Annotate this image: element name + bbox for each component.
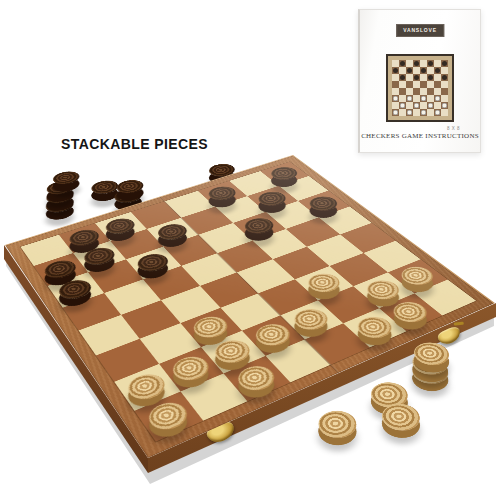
mini-piece bbox=[421, 96, 426, 101]
booklet-diagram-wrap: 8 X 8 bbox=[386, 54, 454, 122]
mini-square bbox=[420, 74, 427, 81]
mini-piece bbox=[414, 61, 419, 66]
mini-square bbox=[413, 60, 420, 67]
mini-square bbox=[392, 60, 399, 67]
mini-square bbox=[427, 81, 434, 88]
mini-square bbox=[392, 67, 399, 74]
mini-piece bbox=[428, 103, 433, 108]
mini-piece bbox=[400, 103, 405, 108]
mini-square bbox=[413, 109, 420, 116]
mini-piece bbox=[393, 110, 398, 115]
mini-square bbox=[406, 81, 413, 88]
mini-square bbox=[441, 102, 448, 109]
mini-square bbox=[413, 88, 420, 95]
mini-square bbox=[406, 88, 413, 95]
mini-piece bbox=[414, 103, 419, 108]
mini-square bbox=[399, 81, 406, 88]
mini-square bbox=[441, 60, 448, 67]
mini-square bbox=[406, 60, 413, 67]
mini-square bbox=[413, 67, 420, 74]
mini-square bbox=[427, 95, 434, 102]
mini-square bbox=[406, 67, 413, 74]
mini-square bbox=[406, 95, 413, 102]
mini-piece bbox=[407, 110, 412, 115]
mini-square bbox=[427, 67, 434, 74]
mini-square bbox=[434, 67, 441, 74]
mini-piece bbox=[393, 68, 398, 73]
mini-square bbox=[392, 88, 399, 95]
mini-piece bbox=[407, 68, 412, 73]
mini-square bbox=[413, 81, 420, 88]
mini-square bbox=[420, 102, 427, 109]
mini-square bbox=[413, 95, 420, 102]
mini-piece bbox=[400, 75, 405, 80]
mini-square bbox=[399, 67, 406, 74]
mini-square bbox=[420, 81, 427, 88]
mini-square bbox=[399, 88, 406, 95]
mini-square bbox=[413, 102, 420, 109]
mini-piece bbox=[428, 61, 433, 66]
mini-square bbox=[406, 74, 413, 81]
booklet-board-diagram bbox=[386, 54, 454, 122]
mini-square bbox=[399, 95, 406, 102]
mini-piece bbox=[421, 110, 426, 115]
mini-piece bbox=[393, 96, 398, 101]
mini-square bbox=[392, 102, 399, 109]
mini-square bbox=[441, 95, 448, 102]
checkers-board bbox=[5, 155, 495, 458]
mini-piece bbox=[442, 75, 447, 80]
mini-square bbox=[420, 60, 427, 67]
mini-square bbox=[392, 74, 399, 81]
mini-square bbox=[406, 109, 413, 116]
mini-piece bbox=[442, 61, 447, 66]
booklet-size-note: 8 X 8 bbox=[447, 126, 460, 131]
booklet-title: CHECKERS GAME INSTRUCTIONS bbox=[360, 132, 480, 140]
booklet-board-grid bbox=[392, 60, 448, 116]
mini-square bbox=[434, 81, 441, 88]
mini-square bbox=[441, 88, 448, 95]
mini-square bbox=[427, 60, 434, 67]
instructions-booklet: VANSLOVE 8 X 8 CHECKERS GAME INSTRUCTION… bbox=[358, 9, 481, 153]
mini-square bbox=[420, 95, 427, 102]
mini-square bbox=[413, 74, 420, 81]
mini-square bbox=[441, 109, 448, 116]
mini-piece bbox=[435, 96, 440, 101]
mini-square bbox=[441, 81, 448, 88]
mini-piece bbox=[442, 103, 447, 108]
mini-square bbox=[399, 74, 406, 81]
mini-piece bbox=[421, 68, 426, 73]
mini-piece bbox=[435, 110, 440, 115]
mini-square bbox=[434, 88, 441, 95]
mini-square bbox=[434, 109, 441, 116]
checker-piece-light[interactable] bbox=[311, 406, 364, 444]
mini-square bbox=[434, 60, 441, 67]
booklet-brand-badge: VANSLOVE bbox=[396, 24, 444, 37]
mini-piece bbox=[428, 75, 433, 80]
booklet-brand-text: VANSLOVE bbox=[403, 27, 437, 33]
mini-piece bbox=[400, 61, 405, 66]
mini-square bbox=[399, 60, 406, 67]
mini-square bbox=[427, 88, 434, 95]
mini-square bbox=[399, 102, 406, 109]
mini-square bbox=[392, 95, 399, 102]
mini-square bbox=[434, 95, 441, 102]
mini-square bbox=[392, 109, 399, 116]
mini-square bbox=[420, 88, 427, 95]
stackable-pieces-label: STACKABLE PIECES bbox=[61, 136, 208, 152]
mini-square bbox=[441, 74, 448, 81]
mini-square bbox=[392, 81, 399, 88]
mini-piece bbox=[407, 96, 412, 101]
mini-square bbox=[427, 74, 434, 81]
mini-square bbox=[406, 102, 413, 109]
mini-square bbox=[420, 109, 427, 116]
mini-square bbox=[441, 67, 448, 74]
mini-piece bbox=[435, 68, 440, 73]
mini-square bbox=[434, 74, 441, 81]
mini-square bbox=[434, 102, 441, 109]
mini-square bbox=[427, 109, 434, 116]
mini-square bbox=[427, 102, 434, 109]
mini-square bbox=[399, 109, 406, 116]
mini-square bbox=[420, 67, 427, 74]
product-photo: STACKABLE PIECES VANSLOVE 8 X 8 CHECKERS… bbox=[0, 0, 500, 500]
mini-piece bbox=[414, 75, 419, 80]
